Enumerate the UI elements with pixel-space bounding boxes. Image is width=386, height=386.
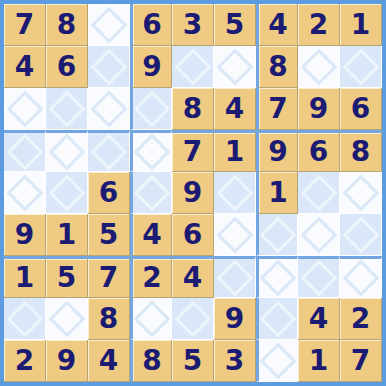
cell-r9c1: 2 [4, 340, 46, 382]
given-digit: 6 [57, 53, 76, 81]
given-digit: 2 [309, 11, 328, 39]
diamond-icon [48, 90, 85, 127]
cell-r8c8: 4 [298, 298, 340, 340]
cell-r7c1: 1 [4, 256, 46, 298]
cell-r9c5: 5 [172, 340, 214, 382]
given-digit: 6 [99, 179, 118, 207]
cell-r5c3: 6 [88, 172, 130, 214]
cell-r9c4: 8 [130, 340, 172, 382]
given-digit: 8 [142, 347, 161, 375]
cell-r6c4: 4 [130, 214, 172, 256]
diamond-icon [48, 300, 85, 337]
cell-r1c2: 8 [46, 4, 88, 46]
given-digit: 8 [99, 305, 118, 333]
cell-r4c8: 6 [298, 130, 340, 172]
cell-r8c3: 8 [88, 298, 130, 340]
cell-r6c5: 6 [172, 214, 214, 256]
given-digit: 7 [15, 11, 34, 39]
diamond-icon [6, 300, 43, 337]
cell-r5c9[interactable] [340, 172, 382, 214]
cell-r2c6[interactable] [214, 46, 256, 88]
given-digit: 4 [99, 347, 118, 375]
cell-r3c6: 4 [214, 88, 256, 130]
diamond-icon [174, 48, 211, 85]
given-digit: 1 [268, 179, 287, 207]
given-digit: 1 [351, 11, 370, 39]
given-digit: 5 [225, 11, 244, 39]
given-digit: 4 [15, 53, 34, 81]
given-digit: 6 [183, 221, 202, 249]
diamond-icon [300, 48, 337, 85]
cell-r5c4[interactable] [130, 172, 172, 214]
diamond-icon [300, 260, 337, 297]
given-digit: 8 [351, 138, 370, 166]
cell-r1c9: 1 [340, 4, 382, 46]
cell-r4c7: 9 [256, 130, 298, 172]
given-digit: 1 [57, 221, 76, 249]
diamond-icon [134, 174, 171, 211]
given-digit: 1 [309, 347, 328, 375]
cell-r5c1[interactable] [4, 172, 46, 214]
cell-r8c6: 9 [214, 298, 256, 340]
given-digit: 9 [309, 95, 328, 123]
cell-r9c9: 7 [340, 340, 382, 382]
diamond-icon [300, 174, 337, 211]
cell-r8c4[interactable] [130, 298, 172, 340]
cell-r1c1: 7 [4, 4, 46, 46]
diamond-icon [6, 90, 43, 127]
given-digit: 7 [268, 95, 287, 123]
given-digit: 8 [57, 11, 76, 39]
cell-r8c2[interactable] [46, 298, 88, 340]
cell-r6c7[interactable] [256, 214, 298, 256]
cell-r3c7: 7 [256, 88, 298, 130]
cell-r8c9: 2 [340, 298, 382, 340]
diamond-icon [260, 216, 297, 253]
diamond-icon [216, 174, 253, 211]
given-digit: 8 [268, 53, 287, 81]
diamond-icon [216, 216, 253, 253]
cell-r9c3: 4 [88, 340, 130, 382]
cell-r8c5[interactable] [172, 298, 214, 340]
diamond-icon [216, 48, 253, 85]
cell-r5c7: 1 [256, 172, 298, 214]
cell-r5c8[interactable] [298, 172, 340, 214]
cell-r1c8: 2 [298, 4, 340, 46]
cell-r4c9: 8 [340, 130, 382, 172]
diamond-icon [90, 134, 127, 171]
diamond-icon [134, 300, 171, 337]
diamond-icon [48, 134, 85, 171]
given-digit: 4 [268, 11, 287, 39]
diamond-icon [90, 90, 127, 127]
diamond-icon [174, 300, 211, 337]
diamond-icon [134, 134, 171, 171]
given-digit: 4 [142, 221, 161, 249]
diamond-icon [342, 216, 379, 253]
diamond-icon [216, 260, 253, 297]
cell-r4c5: 7 [172, 130, 214, 172]
cell-r1c7: 4 [256, 4, 298, 46]
cell-r2c9[interactable] [340, 46, 382, 88]
cell-r7c9[interactable] [340, 256, 382, 298]
cell-r7c7[interactable] [256, 256, 298, 298]
cell-r1c3[interactable] [88, 4, 130, 46]
cell-r3c5: 8 [172, 88, 214, 130]
cell-r3c8: 9 [298, 88, 340, 130]
given-digit: 6 [309, 138, 328, 166]
diamond-icon [90, 48, 127, 85]
cell-r6c2: 1 [46, 214, 88, 256]
given-digit: 2 [15, 347, 34, 375]
diamond-icon [260, 260, 297, 297]
diamond-icon [342, 260, 379, 297]
diamond-icon [342, 48, 379, 85]
cell-r4c1[interactable] [4, 130, 46, 172]
cell-r3c1[interactable] [4, 88, 46, 130]
given-digit: 9 [268, 138, 287, 166]
cell-r3c2[interactable] [46, 88, 88, 130]
cell-r6c6[interactable] [214, 214, 256, 256]
given-digit: 3 [183, 11, 202, 39]
cell-r9c7[interactable] [256, 340, 298, 382]
cell-r3c9: 6 [340, 88, 382, 130]
cell-r9c6: 3 [214, 340, 256, 382]
given-digit: 9 [15, 221, 34, 249]
cell-r7c8[interactable] [298, 256, 340, 298]
cell-r4c2[interactable] [46, 130, 88, 172]
given-digit: 8 [183, 95, 202, 123]
sudoku-board: 7863542146988479671968691915461572489422… [0, 0, 386, 386]
given-digit: 6 [142, 11, 161, 39]
diamond-icon [90, 6, 127, 43]
diamond-icon [300, 216, 337, 253]
cell-r9c8: 1 [298, 340, 340, 382]
cell-r1c4: 6 [130, 4, 172, 46]
cell-r6c3: 5 [88, 214, 130, 256]
diamond-icon [48, 174, 85, 211]
diamond-icon [260, 300, 297, 337]
cell-r4c3[interactable] [88, 130, 130, 172]
diamond-icon [6, 174, 43, 211]
given-digit: 2 [142, 264, 161, 292]
cell-r1c6: 5 [214, 4, 256, 46]
given-digit: 3 [225, 347, 244, 375]
diamond-icon [260, 342, 297, 379]
given-digit: 9 [183, 179, 202, 207]
cell-r7c2: 5 [46, 256, 88, 298]
given-digit: 6 [351, 95, 370, 123]
diamond-icon [134, 90, 171, 127]
cell-r5c2[interactable] [46, 172, 88, 214]
cell-r2c2: 6 [46, 46, 88, 88]
cell-r4c6: 1 [214, 130, 256, 172]
given-digit: 7 [351, 347, 370, 375]
given-digit: 9 [225, 305, 244, 333]
cell-r2c1: 4 [4, 46, 46, 88]
cell-r7c3: 7 [88, 256, 130, 298]
given-digit: 7 [183, 138, 202, 166]
cell-r7c6[interactable] [214, 256, 256, 298]
cell-r6c1: 9 [4, 214, 46, 256]
given-digit: 7 [99, 264, 118, 292]
cell-r2c4: 9 [130, 46, 172, 88]
cell-r5c5: 9 [172, 172, 214, 214]
cell-r3c4[interactable] [130, 88, 172, 130]
given-digit: 4 [183, 264, 202, 292]
given-digit: 5 [99, 221, 118, 249]
cell-r1c5: 3 [172, 4, 214, 46]
diamond-icon [6, 134, 43, 171]
cell-r4c4[interactable] [130, 130, 172, 172]
cell-r7c5: 4 [172, 256, 214, 298]
cell-r2c5[interactable] [172, 46, 214, 88]
given-digit: 5 [57, 264, 76, 292]
given-digit: 2 [351, 305, 370, 333]
given-digit: 1 [15, 264, 34, 292]
diamond-icon [342, 174, 379, 211]
cell-r6c9[interactable] [340, 214, 382, 256]
given-digit: 1 [225, 138, 244, 166]
given-digit: 9 [57, 347, 76, 375]
given-digit: 5 [183, 347, 202, 375]
given-digit: 9 [142, 53, 161, 81]
given-digit: 4 [225, 95, 244, 123]
cell-r7c4: 2 [130, 256, 172, 298]
cell-r8c1[interactable] [4, 298, 46, 340]
cell-r3c3[interactable] [88, 88, 130, 130]
cell-r2c3[interactable] [88, 46, 130, 88]
cell-r5c6[interactable] [214, 172, 256, 214]
cell-r6c8[interactable] [298, 214, 340, 256]
cell-r2c8[interactable] [298, 46, 340, 88]
cell-r9c2: 9 [46, 340, 88, 382]
cell-r2c7: 8 [256, 46, 298, 88]
given-digit: 4 [309, 305, 328, 333]
cell-r8c7[interactable] [256, 298, 298, 340]
